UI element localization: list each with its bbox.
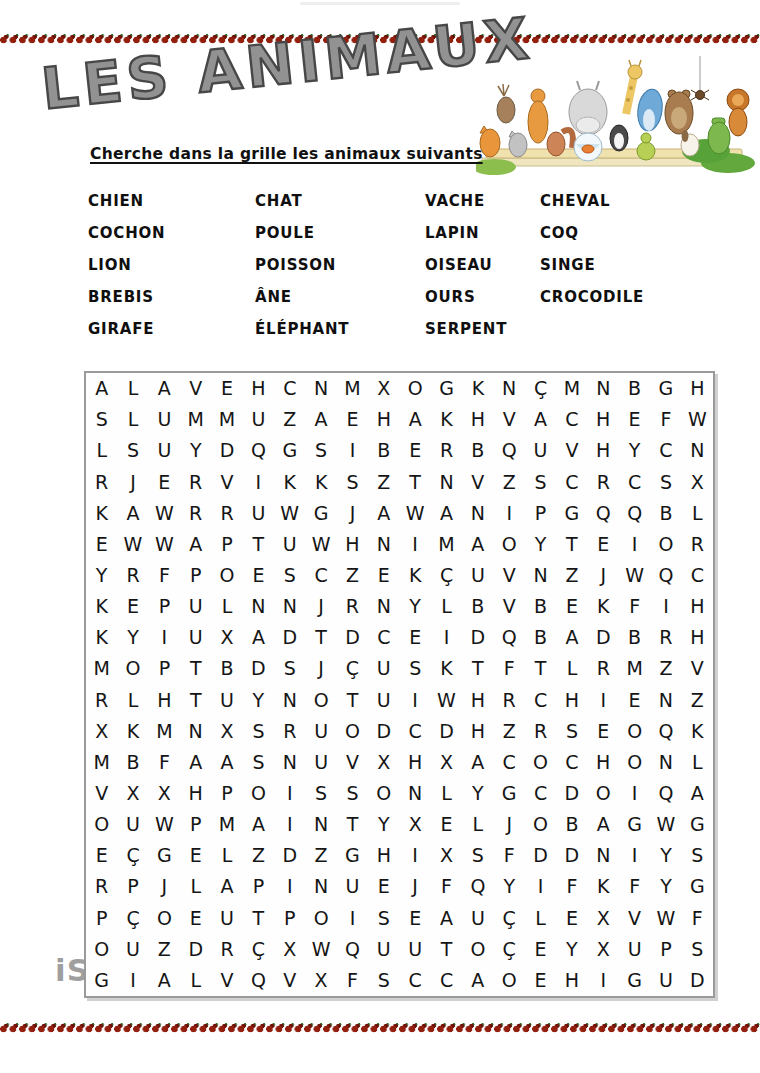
grid-cell: N (274, 591, 305, 622)
grid-cell: U (243, 404, 274, 435)
grid-cell: Y (650, 840, 681, 871)
grid-cell: F (556, 871, 587, 902)
grid-cell: Y (494, 871, 525, 902)
grid-cell: P (525, 498, 556, 529)
grid-cell: H (462, 684, 493, 715)
grid-cell: M (211, 809, 242, 840)
word-item: COCHON (88, 220, 255, 252)
grid-cell: I (619, 778, 650, 809)
grid-cell: G (494, 778, 525, 809)
bottom-ornament-border (0, 1022, 760, 1034)
grid-cell: X (305, 965, 336, 996)
grid-cell: J (400, 871, 431, 902)
grid-cell: V (337, 747, 368, 778)
word-item: OURS (425, 284, 540, 316)
grid-cell: S (305, 435, 336, 466)
grid-cell: U (400, 934, 431, 965)
grid-cell: A (243, 809, 274, 840)
grid-cell: C (556, 404, 587, 435)
grid-cell: S (117, 435, 148, 466)
grid-cell: P (86, 903, 117, 934)
grid-cell: N (305, 809, 336, 840)
grid-cell: R (180, 466, 211, 497)
grid-cell: Ç (243, 934, 274, 965)
grid-cell: S (400, 653, 431, 684)
grid-cell: B (211, 653, 242, 684)
grid-cell: Z (274, 404, 305, 435)
grid-cell: C (556, 466, 587, 497)
grid-cell: A (211, 871, 242, 902)
grid-cell: U (305, 747, 336, 778)
grid-cell: L (431, 778, 462, 809)
grid-cell: X (368, 373, 399, 404)
grid-cell: A (149, 373, 180, 404)
grid-cell: L (117, 373, 148, 404)
grid-cell: S (368, 965, 399, 996)
grid-cell: B (368, 435, 399, 466)
grid-cell: I (243, 466, 274, 497)
word-item: CHEVAL (540, 188, 644, 220)
grid-cell: Y (462, 778, 493, 809)
grid-cell: G (556, 498, 587, 529)
grid-cell: A (682, 778, 713, 809)
grid-cell: X (431, 747, 462, 778)
grid-cell: U (117, 934, 148, 965)
grid-cell: O (525, 747, 556, 778)
grid-cell: K (682, 716, 713, 747)
grid-cell: E (368, 560, 399, 591)
grid-cell: D (525, 840, 556, 871)
grid-cell: M (619, 653, 650, 684)
grid-cell: E (588, 529, 619, 560)
grid-cell: M (149, 716, 180, 747)
grid-cell: E (525, 934, 556, 965)
grid-cell: L (525, 903, 556, 934)
grid-cell: Q (243, 435, 274, 466)
grid-cell: Y (556, 934, 587, 965)
cartoon-animals-illustration (476, 50, 758, 178)
grid-cell: H (368, 840, 399, 871)
grid-cell: V (180, 373, 211, 404)
grid-cell: R (180, 498, 211, 529)
grid-cell: G (650, 373, 681, 404)
grid-cell: P (117, 871, 148, 902)
word-list: CHIENCOCHONLIONBREBISGIRAFECHATPOULEPOIS… (88, 188, 644, 348)
grid-cell: A (462, 529, 493, 560)
grid-cell: O (525, 809, 556, 840)
grid-cell: U (368, 684, 399, 715)
grid-cell: E (86, 529, 117, 560)
grid-cell: J (305, 653, 336, 684)
grid-cell: A (243, 622, 274, 653)
grid-cell: O (117, 653, 148, 684)
word-item: SERPENT (425, 316, 540, 348)
grid-cell: B (525, 622, 556, 653)
grid-cell: C (650, 435, 681, 466)
word-item: BREBIS (88, 284, 255, 316)
grid-cell: I (650, 591, 681, 622)
grid-cell: O (494, 529, 525, 560)
grid-cell: I (117, 965, 148, 996)
grid-cell: Q (650, 560, 681, 591)
grid-cell: P (211, 529, 242, 560)
grid-cell: H (400, 747, 431, 778)
grid-cell: S (368, 903, 399, 934)
grid-cell: S (274, 560, 305, 591)
grid-cell: N (588, 373, 619, 404)
grid-cell: L (117, 404, 148, 435)
grid-cell: V (494, 591, 525, 622)
grid-cell: R (682, 529, 713, 560)
grid-cell: E (588, 716, 619, 747)
grid-cell: T (337, 684, 368, 715)
grid-cell: E (431, 809, 462, 840)
grid-cell: P (211, 778, 242, 809)
word-item: GIRAFE (88, 316, 255, 348)
grid-cell: D (180, 934, 211, 965)
grid-cell: Y (86, 560, 117, 591)
grid-cell: O (400, 373, 431, 404)
grid-cell: G (86, 965, 117, 996)
grid-cell: Z (305, 840, 336, 871)
grid-cell: B (117, 747, 148, 778)
word-search-grid: ALAVEHCNMXOGKNÇMNBGHSLUMMUZAEHAKHVACHEFW… (84, 371, 715, 998)
grid-cell: K (588, 591, 619, 622)
grid-cell: G (619, 809, 650, 840)
grid-cell: U (337, 871, 368, 902)
grid-cell: D (556, 840, 587, 871)
grid-cell: N (525, 560, 556, 591)
grid-cell: E (400, 435, 431, 466)
grid-cell: F (619, 871, 650, 902)
grid-cell: O (86, 934, 117, 965)
word-column: CHIENCOCHONLIONBREBISGIRAFE (88, 188, 255, 348)
grid-cell: N (650, 747, 681, 778)
grid-cell: S (337, 466, 368, 497)
grid-cell: M (556, 373, 587, 404)
grid-cell: S (556, 716, 587, 747)
grid-cell: H (149, 684, 180, 715)
grid-cell: S (305, 778, 336, 809)
grid-cell: X (211, 716, 242, 747)
grid-cell: H (682, 591, 713, 622)
grid-cell: U (149, 435, 180, 466)
grid-cell: O (211, 560, 242, 591)
grid-cell: O (305, 684, 336, 715)
grid-cell: E (619, 404, 650, 435)
grid-cell: C (525, 778, 556, 809)
grid-cell: L (180, 965, 211, 996)
grid-cell: F (619, 591, 650, 622)
grid-cell: X (682, 466, 713, 497)
grid-cell: B (525, 591, 556, 622)
grid-cell: T (556, 529, 587, 560)
grid-cell: T (243, 903, 274, 934)
page-title: LES ANIMAUX (39, 5, 537, 122)
grid-cell: R (525, 716, 556, 747)
grid-cell: I (274, 809, 305, 840)
grid-cell: I (400, 684, 431, 715)
grid-cell: N (368, 529, 399, 560)
grid-cell: Ç (431, 560, 462, 591)
grid-cell: Ç (525, 373, 556, 404)
grid-cell: P (274, 903, 305, 934)
grid-cell: W (305, 529, 336, 560)
grid-cell: U (211, 684, 242, 715)
grid-cell: A (462, 965, 493, 996)
grid-cell: X (117, 778, 148, 809)
grid-cell: L (682, 498, 713, 529)
grid-cell: E (400, 622, 431, 653)
grid-cell: Y (619, 435, 650, 466)
grid-cell: U (525, 435, 556, 466)
grid-cell: O (619, 716, 650, 747)
grid-cell: A (556, 622, 587, 653)
word-item: POULE (255, 220, 425, 252)
grid-cell: B (619, 622, 650, 653)
instruction-text: Cherche dans la grille les animaux suiva… (90, 145, 483, 163)
grid-cell: N (462, 498, 493, 529)
grid-cell: K (117, 716, 148, 747)
grid-cell: K (588, 871, 619, 902)
grid-cell: F (682, 903, 713, 934)
grid-cell: I (149, 622, 180, 653)
word-item: OISEAU (425, 252, 540, 284)
grid-cell: Q (650, 778, 681, 809)
grid-cell: M (86, 653, 117, 684)
grid-cell: V (211, 466, 242, 497)
grid-cell: N (243, 591, 274, 622)
grid-cell: R (86, 466, 117, 497)
grid-cell: P (149, 591, 180, 622)
grid-cell: B (462, 435, 493, 466)
grid-cell: Ç (494, 934, 525, 965)
grid-cell: X (588, 934, 619, 965)
grid-cell: K (400, 560, 431, 591)
grid-cell: V (494, 560, 525, 591)
grid-cell: I (274, 871, 305, 902)
grid-cell: B (650, 498, 681, 529)
grid-cell: Q (337, 934, 368, 965)
grid-cell: I (400, 529, 431, 560)
grid-cell: Z (682, 684, 713, 715)
grid-cell: Z (556, 560, 587, 591)
grid-cell: S (682, 934, 713, 965)
grid-cell: R (431, 435, 462, 466)
grid-cell: D (588, 622, 619, 653)
grid-cell: V (619, 903, 650, 934)
grid-cell: V (274, 965, 305, 996)
grid-cell: J (494, 809, 525, 840)
grid-cell: B (556, 809, 587, 840)
grid-cell: X (431, 840, 462, 871)
grid-cell: S (682, 840, 713, 871)
grid-cell: I (619, 529, 650, 560)
grid-cell: G (149, 840, 180, 871)
grid-cell: H (462, 716, 493, 747)
grid-cell: H (556, 684, 587, 715)
grid-cell: D (274, 840, 305, 871)
grid-cell: A (305, 404, 336, 435)
grid-cell: O (494, 965, 525, 996)
grid-cell: L (556, 653, 587, 684)
grid-cell: N (180, 716, 211, 747)
word-item: VACHE (425, 188, 540, 220)
grid-cell: C (682, 560, 713, 591)
grid-cell: G (619, 965, 650, 996)
grid-cell: Y (400, 591, 431, 622)
grid-cell: H (556, 965, 587, 996)
grid-cell: S (650, 466, 681, 497)
word-item: CROCODILE (540, 284, 644, 316)
grid-cell: U (650, 965, 681, 996)
grid-cell: D (368, 716, 399, 747)
grid-cell: R (117, 560, 148, 591)
word-item: SINGE (540, 252, 644, 284)
grid-cell: U (462, 560, 493, 591)
grid-cell: W (305, 934, 336, 965)
grid-cell: E (525, 965, 556, 996)
grid-cell: J (588, 560, 619, 591)
grid-cell: U (619, 934, 650, 965)
grid-cell: I (588, 965, 619, 996)
grid-cell: H (588, 747, 619, 778)
grid-cell: K (462, 373, 493, 404)
grid-cell: H (462, 404, 493, 435)
grid-cell: G (682, 809, 713, 840)
grid-cell: E (149, 466, 180, 497)
grid-cell: B (462, 591, 493, 622)
grid-cell: I (619, 840, 650, 871)
word-item: LION (88, 252, 255, 284)
grid-cell: K (431, 404, 462, 435)
word-column: CHEVALCOQSINGECROCODILE (540, 188, 644, 348)
grid-cell: I (337, 903, 368, 934)
grid-cell: O (86, 809, 117, 840)
word-item: COQ (540, 220, 644, 252)
grid-cell: I (525, 871, 556, 902)
grid-cell: L (117, 684, 148, 715)
grid-cell: D (556, 778, 587, 809)
grid-cell: D (682, 965, 713, 996)
grid-cell: I (494, 498, 525, 529)
grid-cell: T (431, 934, 462, 965)
grid-cell: A (117, 498, 148, 529)
grid-cell: A (431, 903, 462, 934)
grid-cell: U (368, 934, 399, 965)
grid-cell: Y (650, 871, 681, 902)
grid-cell: S (274, 653, 305, 684)
grid-cell: Z (650, 653, 681, 684)
grid-cell: O (337, 716, 368, 747)
grid-cell: L (211, 591, 242, 622)
grid-cell: H (368, 404, 399, 435)
grid-cell: P (180, 560, 211, 591)
grid-cell: Y (117, 622, 148, 653)
grid-cell: A (180, 747, 211, 778)
grid-cell: D (274, 622, 305, 653)
grid-cell: R (86, 684, 117, 715)
grid-cell: D (211, 435, 242, 466)
grid-cell: A (431, 498, 462, 529)
grid-cell: H (682, 373, 713, 404)
grid-cell: Q (494, 435, 525, 466)
grid-cell: K (86, 622, 117, 653)
grid-cell: J (149, 871, 180, 902)
grid-cell: D (462, 622, 493, 653)
grid-cell: W (149, 498, 180, 529)
grid-cell: W (117, 529, 148, 560)
grid-cell: A (86, 373, 117, 404)
grid-cell: G (337, 840, 368, 871)
word-item: ÉLÉPHANT (255, 316, 425, 348)
grid-cell: W (149, 529, 180, 560)
grid-cell: K (431, 653, 462, 684)
grid-cell: O (243, 778, 274, 809)
grid-cell: F (149, 747, 180, 778)
grid-cell: W (274, 498, 305, 529)
grid-cell: C (368, 622, 399, 653)
grid-cell: C (400, 965, 431, 996)
grid-cell: P (180, 809, 211, 840)
grid-cell: Q (462, 871, 493, 902)
grid-cell: I (337, 435, 368, 466)
grid-cell: Ç (117, 903, 148, 934)
grid-cell: Z (368, 466, 399, 497)
grid-cell: A (588, 809, 619, 840)
grid-cell: U (117, 809, 148, 840)
grid-cell: H (243, 373, 274, 404)
word-item: CHAT (255, 188, 425, 220)
grid-cell: K (305, 466, 336, 497)
grid-cell: V (556, 435, 587, 466)
grid-cell: Q (619, 498, 650, 529)
grid-cell: X (149, 778, 180, 809)
grid-cell: O (650, 529, 681, 560)
grid-cell: E (180, 840, 211, 871)
grid-cell: F (494, 840, 525, 871)
grid-cell: Q (243, 965, 274, 996)
grid-cell: L (462, 809, 493, 840)
grid-cell: Z (494, 716, 525, 747)
grid-cell: E (368, 871, 399, 902)
word-column: CHATPOULEPOISSONÂNEÉLÉPHANT (255, 188, 425, 348)
grid-cell: D (337, 622, 368, 653)
grid-cell: I (400, 840, 431, 871)
grid-cell: C (525, 684, 556, 715)
grid-cell: F (149, 560, 180, 591)
grid-cell: H (588, 435, 619, 466)
grid-cell: R (274, 716, 305, 747)
grid-cell: A (368, 498, 399, 529)
word-item: CHIEN (88, 188, 255, 220)
grid-cell: H (337, 529, 368, 560)
grid-cell: W (400, 498, 431, 529)
grid-cell: N (274, 684, 305, 715)
grid-cell: T (243, 529, 274, 560)
grid-cell: H (682, 622, 713, 653)
grid-cell: W (149, 809, 180, 840)
grid-cell: I (588, 684, 619, 715)
grid-cell: T (180, 653, 211, 684)
grid-cell: R (211, 934, 242, 965)
grid-cell: O (149, 903, 180, 934)
grid-cell: M (211, 404, 242, 435)
grid-cell: T (180, 684, 211, 715)
grid-cell: Q (650, 716, 681, 747)
grid-cell: W (619, 560, 650, 591)
grid-cell: Ç (494, 903, 525, 934)
